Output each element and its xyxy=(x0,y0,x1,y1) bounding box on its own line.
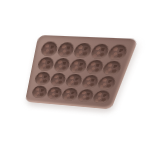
mold-cavity xyxy=(34,71,51,85)
cavity-grid xyxy=(31,40,130,105)
mold-cavity xyxy=(56,42,75,58)
mold-cavity xyxy=(46,87,63,101)
mold-cavity xyxy=(40,41,59,56)
mold-cavity xyxy=(69,58,89,73)
mold-cavity xyxy=(76,89,95,103)
mold-cavity xyxy=(65,74,84,88)
mold-cavity xyxy=(80,75,100,89)
mold-cavity xyxy=(85,59,105,74)
mold-cavity xyxy=(31,86,48,99)
mold-cavity xyxy=(61,88,79,102)
mold-cavity xyxy=(53,58,72,73)
mold-cavity xyxy=(37,57,55,72)
mold-tray xyxy=(25,35,139,109)
mold-cavity xyxy=(73,42,93,58)
mold-cavity xyxy=(101,60,122,75)
mold-cavity xyxy=(96,76,117,91)
mold-cavity xyxy=(49,73,67,87)
product-photo-canvas xyxy=(0,0,150,150)
mold-cavity xyxy=(92,90,112,104)
mold-cavity xyxy=(107,44,129,60)
